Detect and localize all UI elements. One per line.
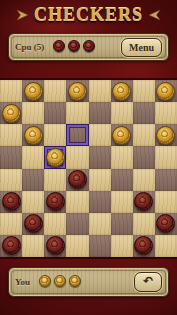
square-r3c7[interactable] bbox=[155, 146, 177, 168]
square-r7c1[interactable] bbox=[22, 235, 44, 257]
square-r2c1[interactable] bbox=[22, 124, 44, 146]
square-r7c4[interactable] bbox=[89, 235, 111, 257]
cpu-player-label: Cpu (5) bbox=[15, 42, 44, 52]
square-r4c1[interactable] bbox=[22, 169, 44, 191]
square-r4c3[interactable] bbox=[66, 169, 88, 191]
gold-piece[interactable] bbox=[2, 104, 21, 123]
square-r7c6[interactable] bbox=[133, 235, 155, 257]
square-r5c5[interactable] bbox=[111, 191, 133, 213]
square-r1c4[interactable] bbox=[89, 102, 111, 124]
square-r0c2[interactable] bbox=[44, 80, 66, 102]
red-piece[interactable] bbox=[2, 236, 21, 255]
red-piece[interactable] bbox=[156, 214, 175, 233]
square-r2c5[interactable] bbox=[111, 124, 133, 146]
gold-piece[interactable] bbox=[46, 148, 65, 167]
square-r7c5[interactable] bbox=[111, 235, 133, 257]
square-r2c4[interactable] bbox=[89, 124, 111, 146]
gold-piece[interactable] bbox=[68, 82, 87, 101]
title-ornament-left-icon bbox=[16, 9, 29, 21]
square-r7c0[interactable] bbox=[0, 235, 22, 257]
red-piece[interactable] bbox=[46, 192, 65, 211]
square-r1c0[interactable] bbox=[0, 102, 22, 124]
square-r1c1[interactable] bbox=[22, 102, 44, 124]
square-r3c0[interactable] bbox=[0, 146, 22, 168]
title-ornament-right-icon bbox=[148, 9, 161, 21]
captured-red-piece bbox=[83, 40, 95, 52]
gold-piece[interactable] bbox=[156, 126, 175, 145]
captured-red-piece bbox=[68, 40, 80, 52]
square-r5c0[interactable] bbox=[0, 191, 22, 213]
square-r4c6[interactable] bbox=[133, 169, 155, 191]
you-captured-tray bbox=[39, 275, 81, 287]
app-root: CHECKERS Cpu (5) Menu You ↶ bbox=[0, 0, 177, 315]
square-r3c4[interactable] bbox=[89, 146, 111, 168]
square-r7c7[interactable] bbox=[155, 235, 177, 257]
captured-gold-piece bbox=[69, 275, 81, 287]
you-player-bar: You ↶ bbox=[8, 267, 169, 297]
app-title: CHECKERS bbox=[34, 5, 143, 26]
square-r1c7[interactable] bbox=[155, 102, 177, 124]
square-r3c3[interactable] bbox=[66, 146, 88, 168]
square-r5c4[interactable] bbox=[89, 191, 111, 213]
undo-button[interactable]: ↶ bbox=[134, 272, 162, 292]
square-r4c7[interactable] bbox=[155, 169, 177, 191]
square-r2c0[interactable] bbox=[0, 124, 22, 146]
square-r5c1[interactable] bbox=[22, 191, 44, 213]
red-piece[interactable] bbox=[68, 170, 87, 189]
square-r0c4[interactable] bbox=[89, 80, 111, 102]
square-r6c6[interactable] bbox=[133, 213, 155, 235]
square-r0c7[interactable] bbox=[155, 80, 177, 102]
red-piece[interactable] bbox=[46, 236, 65, 255]
square-r2c6[interactable] bbox=[133, 124, 155, 146]
red-piece[interactable] bbox=[2, 192, 21, 211]
square-r6c1[interactable] bbox=[22, 213, 44, 235]
square-r2c3[interactable] bbox=[66, 124, 88, 146]
square-r5c2[interactable] bbox=[44, 191, 66, 213]
square-r6c4[interactable] bbox=[89, 213, 111, 235]
square-r4c5[interactable] bbox=[111, 169, 133, 191]
square-r3c1[interactable] bbox=[22, 146, 44, 168]
square-r3c6[interactable] bbox=[133, 146, 155, 168]
square-r6c5[interactable] bbox=[111, 213, 133, 235]
square-r4c4[interactable] bbox=[89, 169, 111, 191]
gold-piece[interactable] bbox=[24, 82, 43, 101]
square-r6c2[interactable] bbox=[44, 213, 66, 235]
square-r6c0[interactable] bbox=[0, 213, 22, 235]
square-r3c5[interactable] bbox=[111, 146, 133, 168]
square-r4c0[interactable] bbox=[0, 169, 22, 191]
red-piece[interactable] bbox=[134, 236, 153, 255]
square-r0c5[interactable] bbox=[111, 80, 133, 102]
captured-gold-piece bbox=[54, 275, 66, 287]
square-r5c3[interactable] bbox=[66, 191, 88, 213]
square-r1c2[interactable] bbox=[44, 102, 66, 124]
cpu-captured-tray bbox=[53, 40, 95, 52]
square-r5c7[interactable] bbox=[155, 191, 177, 213]
undo-icon: ↶ bbox=[143, 274, 153, 288]
captured-gold-piece bbox=[39, 275, 51, 287]
square-r2c7[interactable] bbox=[155, 124, 177, 146]
square-r3c2[interactable] bbox=[44, 146, 66, 168]
red-piece[interactable] bbox=[134, 192, 153, 211]
board bbox=[0, 78, 177, 259]
gold-piece[interactable] bbox=[24, 126, 43, 145]
title-bar: CHECKERS bbox=[0, 0, 177, 30]
square-r7c2[interactable] bbox=[44, 235, 66, 257]
square-r5c6[interactable] bbox=[133, 191, 155, 213]
menu-button[interactable]: Menu bbox=[121, 38, 162, 57]
captured-red-piece bbox=[53, 40, 65, 52]
square-r1c6[interactable] bbox=[133, 102, 155, 124]
square-r2c2[interactable] bbox=[44, 124, 66, 146]
cpu-player-bar: Cpu (5) Menu bbox=[8, 33, 169, 61]
square-r4c2[interactable] bbox=[44, 169, 66, 191]
gold-piece[interactable] bbox=[112, 126, 131, 145]
square-r6c3[interactable] bbox=[66, 213, 88, 235]
gold-piece[interactable] bbox=[112, 82, 131, 101]
square-r0c3[interactable] bbox=[66, 80, 88, 102]
you-player-label: You bbox=[15, 277, 30, 287]
square-r7c3[interactable] bbox=[66, 235, 88, 257]
square-r6c7[interactable] bbox=[155, 213, 177, 235]
red-piece[interactable] bbox=[24, 214, 43, 233]
square-r1c5[interactable] bbox=[111, 102, 133, 124]
gold-piece[interactable] bbox=[156, 82, 175, 101]
square-r0c0[interactable] bbox=[0, 80, 22, 102]
square-r0c6[interactable] bbox=[133, 80, 155, 102]
square-r1c3[interactable] bbox=[66, 102, 88, 124]
square-r0c1[interactable] bbox=[22, 80, 44, 102]
